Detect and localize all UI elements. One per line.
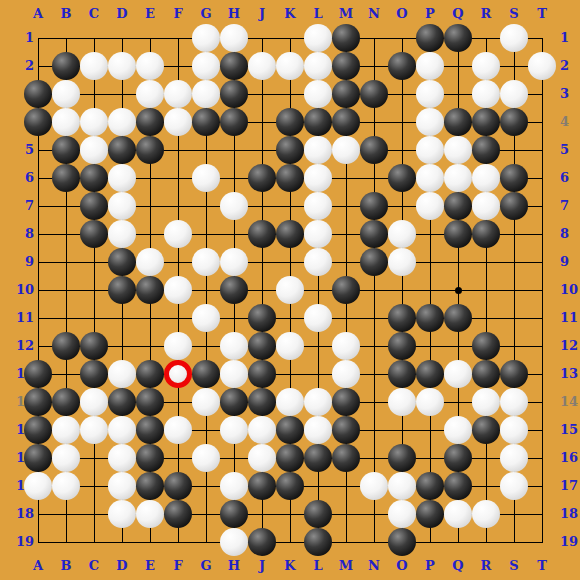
white-stone-J16[interactable] <box>248 444 276 472</box>
white-stone-G9[interactable] <box>192 248 220 276</box>
black-stone-P1[interactable] <box>416 24 444 52</box>
white-stone-S17[interactable] <box>500 472 528 500</box>
white-stone-E2[interactable] <box>136 52 164 80</box>
coord-label-right-8: 8 <box>560 227 580 241</box>
white-stone-P4[interactable] <box>416 108 444 136</box>
white-stone-G16[interactable] <box>192 444 220 472</box>
white-stone-E3[interactable] <box>136 80 164 108</box>
black-stone-S13[interactable] <box>500 360 528 388</box>
white-stone-B3[interactable] <box>52 80 80 108</box>
white-stone-O17[interactable] <box>388 472 416 500</box>
black-stone-D9[interactable] <box>108 248 136 276</box>
coord-label-top-J: J <box>253 7 271 21</box>
black-stone-A15[interactable] <box>24 416 52 444</box>
coord-label-left-2: 2 <box>8 59 34 73</box>
black-stone-K8[interactable] <box>276 220 304 248</box>
white-stone-K10[interactable] <box>276 276 304 304</box>
black-stone-Q11[interactable] <box>444 304 472 332</box>
black-stone-M4[interactable] <box>332 108 360 136</box>
black-stone-N7[interactable] <box>360 192 388 220</box>
black-stone-P18[interactable] <box>416 500 444 528</box>
black-stone-C8[interactable] <box>80 220 108 248</box>
black-stone-K17[interactable] <box>276 472 304 500</box>
coord-label-right-9: 9 <box>560 255 580 269</box>
coord-label-bottom-J: J <box>253 559 271 573</box>
black-stone-J17[interactable] <box>248 472 276 500</box>
black-stone-B5[interactable] <box>52 136 80 164</box>
white-stone-F15[interactable] <box>164 416 192 444</box>
white-stone-E18[interactable] <box>136 500 164 528</box>
coord-label-right-3: 3 <box>560 87 580 101</box>
white-stone-P3[interactable] <box>416 80 444 108</box>
white-stone-M13[interactable] <box>332 360 360 388</box>
coord-label-top-G: G <box>197 7 215 21</box>
white-stone-J2[interactable] <box>248 52 276 80</box>
white-stone-G2[interactable] <box>192 52 220 80</box>
black-stone-D5[interactable] <box>108 136 136 164</box>
black-stone-O6[interactable] <box>388 164 416 192</box>
coord-label-right-17: 17 <box>560 479 580 493</box>
black-stone-R8[interactable] <box>472 220 500 248</box>
coord-label-right-15: 15 <box>560 423 580 437</box>
coord-label-right-1: 1 <box>560 31 580 45</box>
black-stone-L18[interactable] <box>304 500 332 528</box>
black-stone-M16[interactable] <box>332 444 360 472</box>
white-stone-K12[interactable] <box>276 332 304 360</box>
white-stone-P7[interactable] <box>416 192 444 220</box>
white-stone-C15[interactable] <box>80 416 108 444</box>
coord-label-left-5: 5 <box>8 143 34 157</box>
black-stone-H3[interactable] <box>220 80 248 108</box>
white-stone-F12[interactable] <box>164 332 192 360</box>
black-stone-B14[interactable] <box>52 388 80 416</box>
black-stone-M1[interactable] <box>332 24 360 52</box>
white-stone-D15[interactable] <box>108 416 136 444</box>
black-stone-E5[interactable] <box>136 136 164 164</box>
black-stone-M3[interactable] <box>332 80 360 108</box>
white-stone-D2[interactable] <box>108 52 136 80</box>
white-stone-R14[interactable] <box>472 388 500 416</box>
white-stone-G14[interactable] <box>192 388 220 416</box>
black-stone-K5[interactable] <box>276 136 304 164</box>
coord-label-top-A: A <box>29 7 47 21</box>
coord-label-top-L: L <box>309 7 327 21</box>
coord-label-bottom-A: A <box>29 559 47 573</box>
coord-label-right-2: 2 <box>560 59 580 73</box>
black-stone-H10[interactable] <box>220 276 248 304</box>
black-stone-P13[interactable] <box>416 360 444 388</box>
coord-label-bottom-K: K <box>281 559 299 573</box>
coord-label-top-P: P <box>421 7 439 21</box>
black-stone-R12[interactable] <box>472 332 500 360</box>
coord-label-bottom-G: G <box>197 559 215 573</box>
coord-label-left-9: 9 <box>8 255 34 269</box>
coord-label-top-H: H <box>225 7 243 21</box>
last-move-marker[interactable] <box>164 360 192 388</box>
coord-label-left-8: 8 <box>8 227 34 241</box>
coord-label-right-12: 12 <box>560 339 580 353</box>
black-stone-R15[interactable] <box>472 416 500 444</box>
white-stone-G6[interactable] <box>192 164 220 192</box>
coord-label-bottom-L: L <box>309 559 327 573</box>
white-stone-P2[interactable] <box>416 52 444 80</box>
black-stone-H14[interactable] <box>220 388 248 416</box>
white-stone-D4[interactable] <box>108 108 136 136</box>
black-stone-A4[interactable] <box>24 108 52 136</box>
white-stone-S14[interactable] <box>500 388 528 416</box>
coord-label-right-5: 5 <box>560 143 580 157</box>
white-stone-D8[interactable] <box>108 220 136 248</box>
white-stone-P14[interactable] <box>416 388 444 416</box>
white-stone-H19[interactable] <box>220 528 248 556</box>
black-stone-G4[interactable] <box>192 108 220 136</box>
coord-label-right-4: 4 <box>560 115 580 129</box>
black-stone-A3[interactable] <box>24 80 52 108</box>
coord-label-left-1: 1 <box>8 31 34 45</box>
white-stone-H1[interactable] <box>220 24 248 52</box>
black-stone-M2[interactable] <box>332 52 360 80</box>
black-stone-O2[interactable] <box>388 52 416 80</box>
white-stone-L14[interactable] <box>304 388 332 416</box>
white-stone-L2[interactable] <box>304 52 332 80</box>
black-stone-O13[interactable] <box>388 360 416 388</box>
black-stone-J11[interactable] <box>248 304 276 332</box>
black-stone-K4[interactable] <box>276 108 304 136</box>
white-stone-S3[interactable] <box>500 80 528 108</box>
coord-label-right-7: 7 <box>560 199 580 213</box>
white-stone-L7[interactable] <box>304 192 332 220</box>
black-stone-J19[interactable] <box>248 528 276 556</box>
white-stone-T2[interactable] <box>528 52 556 80</box>
black-stone-N8[interactable] <box>360 220 388 248</box>
black-stone-L16[interactable] <box>304 444 332 472</box>
black-stone-Q1[interactable] <box>444 24 472 52</box>
white-stone-S1[interactable] <box>500 24 528 52</box>
black-stone-K6[interactable] <box>276 164 304 192</box>
black-stone-A16[interactable] <box>24 444 52 472</box>
coord-label-right-11: 11 <box>560 311 580 325</box>
white-stone-S16[interactable] <box>500 444 528 472</box>
white-stone-F3[interactable] <box>164 80 192 108</box>
white-stone-O9[interactable] <box>388 248 416 276</box>
coord-label-right-10: 10 <box>560 283 580 297</box>
white-stone-L3[interactable] <box>304 80 332 108</box>
coord-label-top-M: M <box>337 7 355 21</box>
white-stone-B4[interactable] <box>52 108 80 136</box>
black-stone-R13[interactable] <box>472 360 500 388</box>
coord-label-bottom-N: N <box>365 559 383 573</box>
black-stone-L19[interactable] <box>304 528 332 556</box>
coord-label-right-18: 18 <box>560 507 580 521</box>
black-stone-J6[interactable] <box>248 164 276 192</box>
black-stone-C12[interactable] <box>80 332 108 360</box>
white-stone-H15[interactable] <box>220 416 248 444</box>
coord-label-bottom-M: M <box>337 559 355 573</box>
coord-label-top-T: T <box>533 7 551 21</box>
coord-label-top-D: D <box>113 7 131 21</box>
black-stone-Q7[interactable] <box>444 192 472 220</box>
black-stone-P11[interactable] <box>416 304 444 332</box>
black-stone-O12[interactable] <box>388 332 416 360</box>
coord-label-bottom-B: B <box>57 559 75 573</box>
white-stone-M5[interactable] <box>332 136 360 164</box>
white-stone-G11[interactable] <box>192 304 220 332</box>
coord-label-left-11: 11 <box>8 311 34 325</box>
white-stone-S15[interactable] <box>500 416 528 444</box>
white-stone-R2[interactable] <box>472 52 500 80</box>
black-stone-F18[interactable] <box>164 500 192 528</box>
coord-label-top-S: S <box>505 7 523 21</box>
white-stone-C5[interactable] <box>80 136 108 164</box>
white-stone-C14[interactable] <box>80 388 108 416</box>
black-stone-S7[interactable] <box>500 192 528 220</box>
white-stone-E9[interactable] <box>136 248 164 276</box>
white-stone-R18[interactable] <box>472 500 500 528</box>
white-stone-Q5[interactable] <box>444 136 472 164</box>
white-stone-M12[interactable] <box>332 332 360 360</box>
white-stone-C4[interactable] <box>80 108 108 136</box>
white-stone-G1[interactable] <box>192 24 220 52</box>
white-stone-D6[interactable] <box>108 164 136 192</box>
coord-label-bottom-R: R <box>477 559 495 573</box>
black-stone-D14[interactable] <box>108 388 136 416</box>
black-stone-S4[interactable] <box>500 108 528 136</box>
black-stone-B6[interactable] <box>52 164 80 192</box>
white-stone-L1[interactable] <box>304 24 332 52</box>
coord-label-top-E: E <box>141 7 159 21</box>
black-stone-C6[interactable] <box>80 164 108 192</box>
coord-label-right-19: 19 <box>560 535 580 549</box>
black-stone-E15[interactable] <box>136 416 164 444</box>
black-stone-E14[interactable] <box>136 388 164 416</box>
white-stone-H7[interactable] <box>220 192 248 220</box>
white-stone-R3[interactable] <box>472 80 500 108</box>
white-stone-O18[interactable] <box>388 500 416 528</box>
white-stone-H13[interactable] <box>220 360 248 388</box>
black-stone-C13[interactable] <box>80 360 108 388</box>
white-stone-L5[interactable] <box>304 136 332 164</box>
coord-label-bottom-Q: Q <box>449 559 467 573</box>
black-stone-J14[interactable] <box>248 388 276 416</box>
white-stone-B15[interactable] <box>52 416 80 444</box>
white-stone-F10[interactable] <box>164 276 192 304</box>
white-stone-D13[interactable] <box>108 360 136 388</box>
black-stone-C7[interactable] <box>80 192 108 220</box>
white-stone-Q15[interactable] <box>444 416 472 444</box>
black-stone-Q17[interactable] <box>444 472 472 500</box>
white-stone-N17[interactable] <box>360 472 388 500</box>
grid-line-vertical-T <box>542 38 543 543</box>
coord-label-left-7: 7 <box>8 199 34 213</box>
black-stone-Q8[interactable] <box>444 220 472 248</box>
black-stone-N3[interactable] <box>360 80 388 108</box>
black-stone-O11[interactable] <box>388 304 416 332</box>
black-stone-J13[interactable] <box>248 360 276 388</box>
white-stone-A17[interactable] <box>24 472 52 500</box>
white-stone-O8[interactable] <box>388 220 416 248</box>
coord-label-bottom-S: S <box>505 559 523 573</box>
white-stone-L6[interactable] <box>304 164 332 192</box>
black-stone-K15[interactable] <box>276 416 304 444</box>
black-stone-B12[interactable] <box>52 332 80 360</box>
coord-label-bottom-F: F <box>169 559 187 573</box>
black-stone-O16[interactable] <box>388 444 416 472</box>
black-stone-Q16[interactable] <box>444 444 472 472</box>
white-stone-H17[interactable] <box>220 472 248 500</box>
black-stone-J8[interactable] <box>248 220 276 248</box>
white-stone-Q13[interactable] <box>444 360 472 388</box>
coord-label-top-B: B <box>57 7 75 21</box>
black-stone-S6[interactable] <box>500 164 528 192</box>
coord-label-bottom-O: O <box>393 559 411 573</box>
coord-label-top-F: F <box>169 7 187 21</box>
coord-label-top-C: C <box>85 7 103 21</box>
coord-label-bottom-C: C <box>85 559 103 573</box>
black-stone-H2[interactable] <box>220 52 248 80</box>
coord-label-bottom-D: D <box>113 559 131 573</box>
black-stone-L4[interactable] <box>304 108 332 136</box>
white-stone-R7[interactable] <box>472 192 500 220</box>
grid-line-vertical-N <box>374 38 375 543</box>
black-stone-N5[interactable] <box>360 136 388 164</box>
white-stone-K14[interactable] <box>276 388 304 416</box>
grid-line-horizontal-19 <box>38 542 543 543</box>
black-stone-M15[interactable] <box>332 416 360 444</box>
black-stone-O19[interactable] <box>388 528 416 556</box>
star-point-Q10 <box>455 287 462 294</box>
black-stone-R5[interactable] <box>472 136 500 164</box>
white-stone-O14[interactable] <box>388 388 416 416</box>
coord-label-right-16: 16 <box>560 451 580 465</box>
black-stone-E17[interactable] <box>136 472 164 500</box>
black-stone-Q4[interactable] <box>444 108 472 136</box>
coord-label-bottom-P: P <box>421 559 439 573</box>
coord-label-left-10: 10 <box>8 283 34 297</box>
white-stone-L11[interactable] <box>304 304 332 332</box>
white-stone-F8[interactable] <box>164 220 192 248</box>
black-stone-H18[interactable] <box>220 500 248 528</box>
white-stone-R6[interactable] <box>472 164 500 192</box>
coord-label-left-19: 19 <box>8 535 34 549</box>
coord-label-top-N: N <box>365 7 383 21</box>
coord-label-bottom-E: E <box>141 559 159 573</box>
white-stone-B17[interactable] <box>52 472 80 500</box>
white-stone-K2[interactable] <box>276 52 304 80</box>
white-stone-H12[interactable] <box>220 332 248 360</box>
black-stone-A14[interactable] <box>24 388 52 416</box>
black-stone-G13[interactable] <box>192 360 220 388</box>
white-stone-D17[interactable] <box>108 472 136 500</box>
black-stone-E4[interactable] <box>136 108 164 136</box>
white-stone-C2[interactable] <box>80 52 108 80</box>
black-stone-E16[interactable] <box>136 444 164 472</box>
coord-label-left-12: 12 <box>8 339 34 353</box>
black-stone-E10[interactable] <box>136 276 164 304</box>
black-stone-B2[interactable] <box>52 52 80 80</box>
coord-label-right-13: 13 <box>560 367 580 381</box>
white-stone-P5[interactable] <box>416 136 444 164</box>
white-stone-L9[interactable] <box>304 248 332 276</box>
coord-label-bottom-T: T <box>533 559 551 573</box>
white-stone-D7[interactable] <box>108 192 136 220</box>
coord-label-bottom-H: H <box>225 559 243 573</box>
black-stone-H4[interactable] <box>220 108 248 136</box>
coord-label-left-6: 6 <box>8 171 34 185</box>
black-stone-J12[interactable] <box>248 332 276 360</box>
white-stone-G3[interactable] <box>192 80 220 108</box>
black-stone-E13[interactable] <box>136 360 164 388</box>
white-stone-D16[interactable] <box>108 444 136 472</box>
white-stone-B16[interactable] <box>52 444 80 472</box>
white-stone-J15[interactable] <box>248 416 276 444</box>
black-stone-F17[interactable] <box>164 472 192 500</box>
black-stone-M14[interactable] <box>332 388 360 416</box>
white-stone-D18[interactable] <box>108 500 136 528</box>
white-stone-Q6[interactable] <box>444 164 472 192</box>
coord-label-right-14: 14 <box>560 395 580 409</box>
coord-label-left-18: 18 <box>8 507 34 521</box>
coord-label-top-R: R <box>477 7 495 21</box>
black-stone-N9[interactable] <box>360 248 388 276</box>
black-stone-R4[interactable] <box>472 108 500 136</box>
coord-label-top-Q: Q <box>449 7 467 21</box>
coord-label-right-6: 6 <box>560 171 580 185</box>
black-stone-A13[interactable] <box>24 360 52 388</box>
black-stone-D10[interactable] <box>108 276 136 304</box>
white-stone-H9[interactable] <box>220 248 248 276</box>
white-stone-L8[interactable] <box>304 220 332 248</box>
go-board[interactable]: AABBCCDDEEFFGGHHJJKKLLMMNNOOPPQQRRSSTT11… <box>0 0 580 580</box>
black-stone-P17[interactable] <box>416 472 444 500</box>
black-stone-K16[interactable] <box>276 444 304 472</box>
coord-label-top-K: K <box>281 7 299 21</box>
white-stone-P6[interactable] <box>416 164 444 192</box>
white-stone-Q18[interactable] <box>444 500 472 528</box>
black-stone-M10[interactable] <box>332 276 360 304</box>
coord-label-top-O: O <box>393 7 411 21</box>
white-stone-L15[interactable] <box>304 416 332 444</box>
white-stone-F4[interactable] <box>164 108 192 136</box>
